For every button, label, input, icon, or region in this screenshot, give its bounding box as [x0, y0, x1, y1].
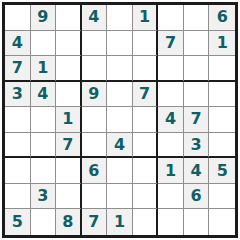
cell-r8c8: 6 [184, 184, 210, 210]
cell-r5c4[interactable] [82, 107, 108, 133]
cell-r4c4: 9 [82, 82, 108, 108]
cell-r9c6[interactable] [133, 209, 159, 235]
cell-r8c3[interactable] [56, 184, 82, 210]
cell-r4c7[interactable] [158, 82, 184, 108]
cell-r5c3: 1 [56, 107, 82, 133]
cell-r4c5[interactable] [107, 82, 133, 108]
cell-r4c2: 4 [31, 82, 57, 108]
cell-r5c7: 4 [158, 107, 184, 133]
cell-r1c1[interactable] [5, 5, 31, 31]
cell-r4c8[interactable] [184, 82, 210, 108]
cell-r4c6: 7 [133, 82, 159, 108]
cell-r2c9: 1 [209, 31, 235, 57]
cell-r7c8: 4 [184, 158, 210, 184]
cell-r8c6[interactable] [133, 184, 159, 210]
cell-r5c1[interactable] [5, 107, 31, 133]
cell-r3c1: 7 [5, 56, 31, 82]
cell-r7c9: 5 [209, 158, 235, 184]
cell-r8c4[interactable] [82, 184, 108, 210]
cell-r7c5[interactable] [107, 158, 133, 184]
cell-r5c2[interactable] [31, 107, 57, 133]
cell-r2c3[interactable] [56, 31, 82, 57]
cell-r3c2: 1 [31, 56, 57, 82]
cell-r4c3[interactable] [56, 82, 82, 108]
cell-r3c9[interactable] [209, 56, 235, 82]
cell-r1c9: 6 [209, 5, 235, 31]
cell-r3c4[interactable] [82, 56, 108, 82]
cell-r9c4: 7 [82, 209, 108, 235]
cell-r1c3[interactable] [56, 5, 82, 31]
cell-r3c3[interactable] [56, 56, 82, 82]
cell-r1c6: 1 [133, 5, 159, 31]
cell-r6c9[interactable] [209, 133, 235, 159]
cell-r3c8[interactable] [184, 56, 210, 82]
cell-r7c3[interactable] [56, 158, 82, 184]
cell-r2c8[interactable] [184, 31, 210, 57]
cell-r8c5[interactable] [107, 184, 133, 210]
cell-r9c2[interactable] [31, 209, 57, 235]
cell-r7c7: 1 [158, 158, 184, 184]
cell-r3c6[interactable] [133, 56, 159, 82]
cell-r3c5[interactable] [107, 56, 133, 82]
cell-r2c5[interactable] [107, 31, 133, 57]
cell-r1c7[interactable] [158, 5, 184, 31]
cell-r2c4[interactable] [82, 31, 108, 57]
cell-r8c1[interactable] [5, 184, 31, 210]
cell-r5c5[interactable] [107, 107, 133, 133]
cell-r9c9[interactable] [209, 209, 235, 235]
cell-r4c9[interactable] [209, 82, 235, 108]
cell-r5c6[interactable] [133, 107, 159, 133]
cell-r2c2[interactable] [31, 31, 57, 57]
cell-r6c2[interactable] [31, 133, 57, 159]
cell-r1c4: 4 [82, 5, 108, 31]
cell-r6c3: 7 [56, 133, 82, 159]
cell-r7c2[interactable] [31, 158, 57, 184]
sudoku-board: 94164717134971477436145365871 [2, 2, 238, 238]
cell-r9c3: 8 [56, 209, 82, 235]
cell-r1c8[interactable] [184, 5, 210, 31]
cell-r9c7[interactable] [158, 209, 184, 235]
cell-r1c5[interactable] [107, 5, 133, 31]
cell-r6c6[interactable] [133, 133, 159, 159]
cell-r2c1: 4 [5, 31, 31, 57]
cell-r6c1[interactable] [5, 133, 31, 159]
cell-r5c8: 7 [184, 107, 210, 133]
cell-r7c4: 6 [82, 158, 108, 184]
cell-r6c5: 4 [107, 133, 133, 159]
cell-r1c2: 9 [31, 5, 57, 31]
cell-r7c1[interactable] [5, 158, 31, 184]
cell-r3c7[interactable] [158, 56, 184, 82]
cell-r8c7[interactable] [158, 184, 184, 210]
cell-r9c8[interactable] [184, 209, 210, 235]
cell-r5c9[interactable] [209, 107, 235, 133]
cell-r2c6[interactable] [133, 31, 159, 57]
cell-r8c9[interactable] [209, 184, 235, 210]
cell-r8c2: 3 [31, 184, 57, 210]
cell-r6c8: 3 [184, 133, 210, 159]
cell-r6c7[interactable] [158, 133, 184, 159]
cell-r9c1: 5 [5, 209, 31, 235]
cell-r2c7: 7 [158, 31, 184, 57]
cell-r6c4[interactable] [82, 133, 108, 159]
cell-r9c5: 1 [107, 209, 133, 235]
cell-r4c1: 3 [5, 82, 31, 108]
cell-r7c6[interactable] [133, 158, 159, 184]
